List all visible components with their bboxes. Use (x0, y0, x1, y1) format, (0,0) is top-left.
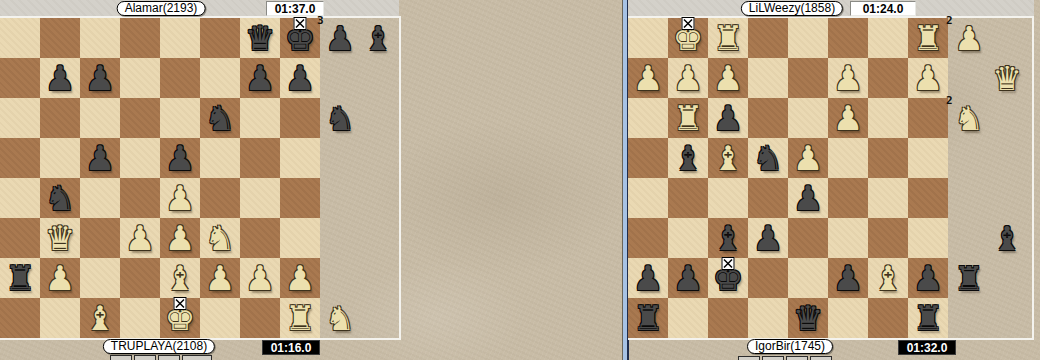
square-left-b2[interactable]: ♟ (40, 258, 80, 298)
black-pawn-piece[interactable]: ♟ (788, 178, 828, 218)
king-boxed-x-marker (294, 17, 307, 30)
square-right-b4[interactable] (868, 138, 908, 178)
player-label-bottom-right: IgorBir(1745) (747, 339, 833, 354)
square-right-f3[interactable]: ♟ (708, 98, 748, 138)
bottom-button-1[interactable] (738, 356, 760, 360)
white-pawn-piece[interactable]: ♟ (120, 218, 160, 258)
square-right-e4[interactable]: ♞ (748, 138, 788, 178)
square-right-a5[interactable] (908, 178, 948, 218)
player-name: IgorBir(1745) (755, 339, 825, 353)
black-pawn-piece[interactable]: ♟ (748, 218, 788, 258)
square-right-a4[interactable] (908, 138, 948, 178)
square-left-f4[interactable] (200, 178, 240, 218)
square-right-e7[interactable] (748, 258, 788, 298)
square-left-f5[interactable] (200, 138, 240, 178)
square-left-e1[interactable]: ♚ (160, 298, 200, 338)
white-pawn-piece[interactable]: ♟ (160, 178, 200, 218)
square-left-b6[interactable] (40, 98, 80, 138)
square-right-a2[interactable]: ♟ (908, 58, 948, 98)
player-label-top-left: Alamar(2193) (117, 1, 206, 16)
white-pawn-piece[interactable]: ♟ (788, 138, 828, 178)
square-right-d5[interactable]: ♟ (788, 178, 828, 218)
black-pawn-piece[interactable]: ♟ (280, 58, 320, 98)
square-left-c4[interactable] (80, 178, 120, 218)
square-right-f6[interactable]: ♝ (708, 218, 748, 258)
square-left-a2[interactable]: ♜ (0, 258, 40, 298)
square-right-b8[interactable] (868, 298, 908, 338)
square-right-e2[interactable] (748, 58, 788, 98)
square-right-b7[interactable]: ♝ (868, 258, 908, 298)
right-holdings-black: ♝♜ (950, 18, 1030, 338)
white-bishop-piece[interactable]: ♝ (708, 138, 748, 178)
square-right-a1[interactable]: ♜ (908, 18, 948, 58)
right-board: ♚♜♜♟♟♟♟♟♜♟♟♝♝♞♟♟♝♟♟♟♚♟♝♟♜♛♜ (628, 18, 948, 338)
square-left-b5[interactable] (40, 138, 80, 178)
square-right-e6[interactable]: ♟ (748, 218, 788, 258)
square-right-f1[interactable]: ♜ (708, 18, 748, 58)
black-pawn-piece[interactable]: ♟ (240, 58, 280, 98)
square-left-g6[interactable] (240, 98, 280, 138)
square-left-d2[interactable] (120, 258, 160, 298)
square-right-h4[interactable] (628, 138, 668, 178)
square-right-d8[interactable]: ♛ (788, 298, 828, 338)
square-right-d6[interactable] (788, 218, 828, 258)
square-left-e4[interactable]: ♟ (160, 178, 200, 218)
clock-top-right: 01:24.0 (850, 1, 916, 16)
holding-slot: ♞ (321, 298, 359, 338)
square-right-c3[interactable]: ♟ (828, 98, 868, 138)
bottom-button-2[interactable] (762, 356, 784, 360)
king-boxed-x-marker (682, 17, 695, 30)
player-label-top-right: LiLWeezy(1858) (741, 1, 843, 16)
bottom-button-4[interactable] (182, 355, 212, 360)
square-left-c1[interactable]: ♝ (80, 298, 120, 338)
square-left-c3[interactable] (80, 218, 120, 258)
black-queen-piece[interactable]: ♛ (788, 298, 828, 338)
square-left-b1[interactable] (40, 298, 80, 338)
square-right-d7[interactable] (788, 258, 828, 298)
square-right-d4[interactable]: ♟ (788, 138, 828, 178)
desktop-background: Alamar(2193) 01:37.0 ♛♚♟♟♟♟♞♟♟♞♟♛♟♟♞♜♟♝♟… (0, 0, 1040, 360)
square-right-h5[interactable] (628, 178, 668, 218)
white-knight-piece[interactable]: ♞ (321, 298, 359, 338)
square-right-f4[interactable]: ♝ (708, 138, 748, 178)
square-right-a6[interactable] (908, 218, 948, 258)
square-left-h8[interactable]: ♚ (280, 18, 320, 58)
square-left-e5[interactable]: ♟ (160, 138, 200, 178)
left-holdings-white: ♞ (321, 18, 401, 338)
square-left-h5[interactable] (280, 138, 320, 178)
black-knight-piece[interactable]: ♞ (200, 98, 240, 138)
black-pawn-piece[interactable]: ♟ (628, 258, 668, 298)
white-knight-piece[interactable]: ♞ (200, 218, 240, 258)
square-left-e2[interactable]: ♝ (160, 258, 200, 298)
square-left-b7[interactable]: ♟ (40, 58, 80, 98)
square-left-f2[interactable]: ♟ (200, 258, 240, 298)
square-left-e3[interactable]: ♟ (160, 218, 200, 258)
white-pawn-piece[interactable]: ♟ (160, 218, 200, 258)
square-right-e5[interactable] (748, 178, 788, 218)
bottom-button-2[interactable] (134, 355, 156, 360)
square-right-f2[interactable]: ♟ (708, 58, 748, 98)
square-left-h4[interactable] (280, 178, 320, 218)
square-right-c4[interactable] (828, 138, 868, 178)
holding-slot: ♜ (950, 258, 988, 298)
square-left-g4[interactable] (240, 178, 280, 218)
white-pawn-piece[interactable]: ♟ (708, 58, 748, 98)
white-pawn-piece[interactable]: ♟ (200, 258, 240, 298)
white-rook-piece[interactable]: ♜ (668, 98, 708, 138)
square-right-g7[interactable]: ♟ (668, 258, 708, 298)
square-left-d7[interactable] (120, 58, 160, 98)
black-pawn-piece[interactable]: ♟ (80, 58, 120, 98)
square-left-a5[interactable] (0, 138, 40, 178)
white-queen-piece[interactable]: ♛ (40, 218, 80, 258)
square-right-f5[interactable] (708, 178, 748, 218)
square-right-g6[interactable] (668, 218, 708, 258)
square-right-f8[interactable] (708, 298, 748, 338)
holding-count: 3 (317, 15, 324, 26)
square-left-g1[interactable] (240, 298, 280, 338)
black-pawn-piece[interactable]: ♟ (40, 58, 80, 98)
square-right-a7[interactable]: ♟ (908, 258, 948, 298)
white-bishop-piece[interactable]: ♝ (160, 258, 200, 298)
bottom-button-4[interactable] (810, 356, 832, 360)
square-right-a3[interactable] (908, 98, 948, 138)
black-pawn-piece[interactable]: ♟ (908, 258, 948, 298)
square-left-h1[interactable]: ♜ (280, 298, 320, 338)
frame-line (399, 16, 401, 340)
black-knight-piece[interactable]: ♞ (748, 138, 788, 178)
square-right-h3[interactable] (628, 98, 668, 138)
square-left-h7[interactable]: ♟ (280, 58, 320, 98)
square-left-f7[interactable] (200, 58, 240, 98)
square-right-d3[interactable] (788, 98, 828, 138)
player-name: TRUPLAYA(2108) (111, 339, 207, 353)
bottom-button-3[interactable] (786, 356, 808, 360)
white-pawn-piece[interactable]: ♟ (828, 98, 868, 138)
white-pawn-piece[interactable]: ♟ (828, 58, 868, 98)
square-left-c7[interactable]: ♟ (80, 58, 120, 98)
square-right-g2[interactable]: ♟ (668, 58, 708, 98)
square-right-h1[interactable] (628, 18, 668, 58)
white-rook-piece[interactable]: ♜ (280, 298, 320, 338)
square-left-g2[interactable]: ♟ (240, 258, 280, 298)
square-left-b3[interactable]: ♛ (40, 218, 80, 258)
square-left-e8[interactable] (160, 18, 200, 58)
clock-bottom-right: 01:32.0 (898, 340, 956, 355)
square-left-h6[interactable] (280, 98, 320, 138)
white-pawn-piece[interactable]: ♟ (908, 58, 948, 98)
square-left-f3[interactable]: ♞ (200, 218, 240, 258)
holding-count: 2 (946, 95, 953, 106)
square-right-a8[interactable]: ♜ (908, 298, 948, 338)
clock-bottom-left: 01:16.0 (262, 340, 320, 355)
white-bishop-piece[interactable]: ♝ (80, 298, 120, 338)
square-right-h6[interactable] (628, 218, 668, 258)
square-left-c5[interactable]: ♟ (80, 138, 120, 178)
black-rook-piece[interactable]: ♜ (628, 298, 668, 338)
black-knight-piece[interactable]: ♞ (40, 178, 80, 218)
square-left-h2[interactable]: ♟ (280, 258, 320, 298)
king-boxed-x-marker (174, 297, 187, 310)
frame-line (0, 16, 401, 18)
white-pawn-piece[interactable]: ♟ (280, 258, 320, 298)
square-left-e6[interactable] (160, 98, 200, 138)
square-left-d3[interactable]: ♟ (120, 218, 160, 258)
square-left-d8[interactable] (120, 18, 160, 58)
king-boxed-x-marker (722, 257, 735, 270)
square-left-d1[interactable] (120, 298, 160, 338)
bottom-button-1[interactable] (110, 355, 132, 360)
white-pawn-piece[interactable]: ♟ (40, 258, 80, 298)
holding-count: 2 (946, 15, 953, 26)
square-left-g3[interactable] (240, 218, 280, 258)
white-pawn-piece[interactable]: ♟ (628, 58, 668, 98)
square-left-a7[interactable] (0, 58, 40, 98)
white-bishop-piece[interactable]: ♝ (868, 258, 908, 298)
square-left-d5[interactable] (120, 138, 160, 178)
square-right-g1[interactable]: ♚ (668, 18, 708, 58)
black-pawn-piece[interactable]: ♟ (668, 258, 708, 298)
square-right-b6[interactable] (868, 218, 908, 258)
left-board: ♛♚♟♟♟♟♞♟♟♞♟♛♟♟♞♜♟♝♟♟♟♝♚♜ (0, 18, 320, 338)
square-left-g5[interactable] (240, 138, 280, 178)
square-left-d6[interactable] (120, 98, 160, 138)
black-bishop-piece[interactable]: ♝ (708, 218, 748, 258)
frame-line (1032, 16, 1034, 340)
square-right-d1[interactable] (788, 18, 828, 58)
black-bishop-piece[interactable]: ♝ (668, 138, 708, 178)
square-right-h2[interactable]: ♟ (628, 58, 668, 98)
square-right-c1[interactable] (828, 18, 868, 58)
player-name: LiLWeezy(1858) (749, 1, 835, 15)
square-left-a8[interactable] (0, 18, 40, 58)
square-left-e7[interactable] (160, 58, 200, 98)
square-right-c7[interactable]: ♟ (828, 258, 868, 298)
frame-line (628, 338, 1034, 340)
square-right-f7[interactable]: ♚ (708, 258, 748, 298)
bottom-button-3[interactable] (158, 355, 180, 360)
square-right-d2[interactable] (788, 58, 828, 98)
square-left-f6[interactable]: ♞ (200, 98, 240, 138)
square-left-g7[interactable]: ♟ (240, 58, 280, 98)
square-left-a6[interactable] (0, 98, 40, 138)
square-right-b3[interactable] (868, 98, 908, 138)
black-rook-piece[interactable]: ♜ (908, 298, 948, 338)
square-left-d4[interactable] (120, 178, 160, 218)
square-right-g4[interactable]: ♝ (668, 138, 708, 178)
black-pawn-piece[interactable]: ♟ (708, 98, 748, 138)
black-bishop-piece[interactable]: ♝ (988, 218, 1026, 258)
black-pawn-piece[interactable]: ♟ (80, 138, 120, 178)
square-left-a1[interactable] (0, 298, 40, 338)
square-right-e1[interactable] (748, 18, 788, 58)
black-queen-piece[interactable]: ♛ (240, 18, 280, 58)
player-name: Alamar(2193) (125, 1, 198, 15)
square-right-g3[interactable]: ♜ (668, 98, 708, 138)
clock-top-left: 01:37.0 (266, 1, 324, 16)
player-label-bottom-left: TRUPLAYA(2108) (103, 339, 215, 354)
white-pawn-piece[interactable]: ♟ (668, 58, 708, 98)
white-pawn-piece[interactable]: ♟ (240, 258, 280, 298)
square-left-b8[interactable] (40, 18, 80, 58)
square-right-h8[interactable]: ♜ (628, 298, 668, 338)
holding-slot: ♝ (988, 218, 1026, 258)
square-left-a4[interactable] (0, 178, 40, 218)
square-left-f8[interactable] (200, 18, 240, 58)
square-right-b5[interactable] (868, 178, 908, 218)
white-rook-piece[interactable]: ♜ (908, 18, 948, 58)
square-left-c8[interactable] (80, 18, 120, 58)
square-right-h7[interactable]: ♟ (628, 258, 668, 298)
square-left-a3[interactable] (0, 218, 40, 258)
black-rook-piece[interactable]: ♜ (0, 258, 40, 298)
square-left-b4[interactable]: ♞ (40, 178, 80, 218)
square-right-b2[interactable] (868, 58, 908, 98)
square-right-g5[interactable] (668, 178, 708, 218)
square-right-c2[interactable]: ♟ (828, 58, 868, 98)
square-right-g8[interactable] (668, 298, 708, 338)
square-left-c2[interactable] (80, 258, 120, 298)
square-left-g8[interactable]: ♛ (240, 18, 280, 58)
square-left-c6[interactable] (80, 98, 120, 138)
white-rook-piece[interactable]: ♜ (708, 18, 748, 58)
square-right-e8[interactable] (748, 298, 788, 338)
black-pawn-piece[interactable]: ♟ (160, 138, 200, 178)
square-right-c6[interactable] (828, 218, 868, 258)
square-left-h3[interactable] (280, 218, 320, 258)
square-right-e3[interactable] (748, 98, 788, 138)
right-game-window: LiLWeezy(1858) 01:24.0 ♚♜♜♟♟♟♟♟♜♟♟♝♝♞♟♟♝… (622, 0, 1040, 360)
left-game-window: Alamar(2193) 01:37.0 ♛♚♟♟♟♟♞♟♟♞♟♛♟♟♞♜♟♝♟… (0, 0, 402, 360)
square-left-f1[interactable] (200, 298, 240, 338)
square-right-c8[interactable] (828, 298, 868, 338)
square-right-c5[interactable] (828, 178, 868, 218)
black-pawn-piece[interactable]: ♟ (828, 258, 868, 298)
square-right-b1[interactable] (868, 18, 908, 58)
black-rook-piece[interactable]: ♜ (950, 258, 988, 298)
